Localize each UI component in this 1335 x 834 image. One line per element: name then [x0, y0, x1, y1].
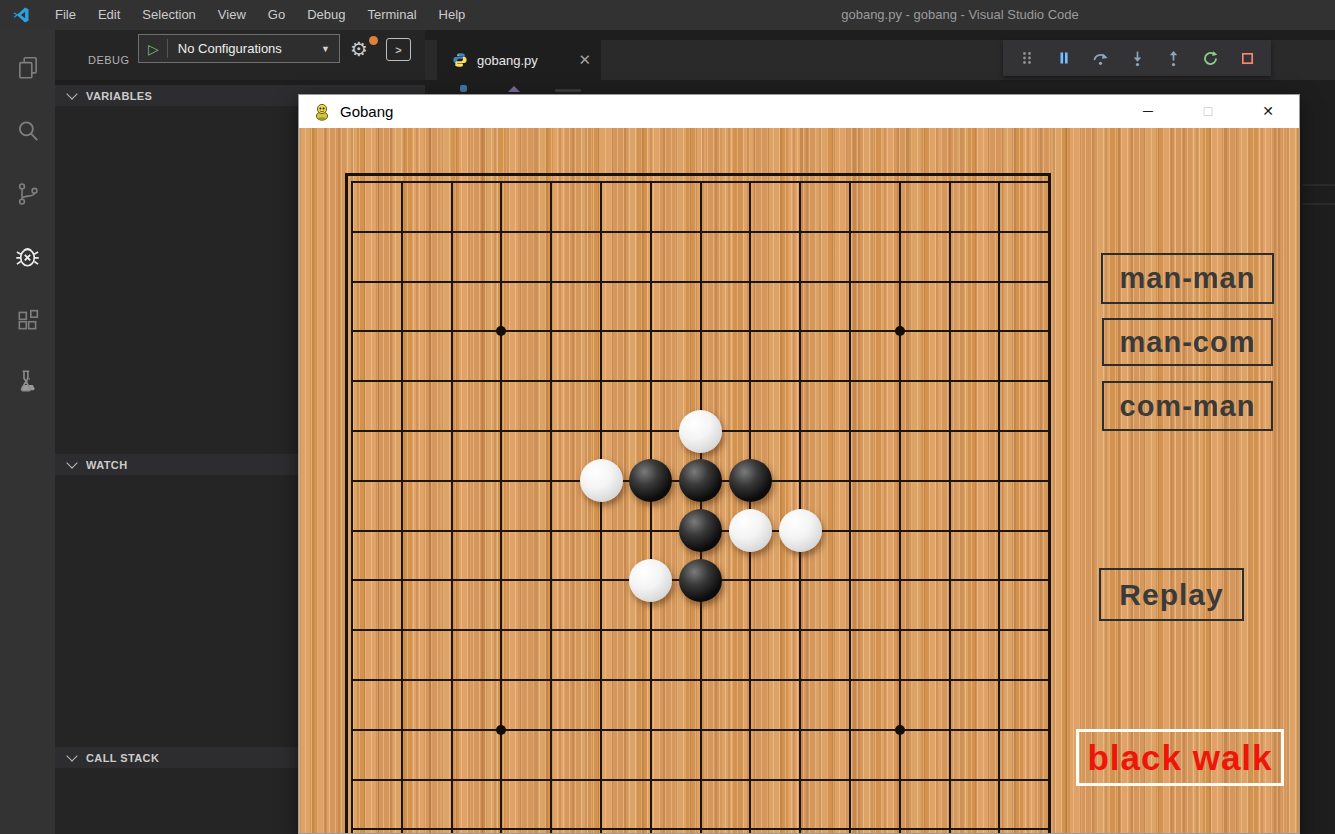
- python-file-icon: [452, 52, 468, 68]
- window-controls: ─ □ ✕: [1131, 95, 1285, 128]
- gobang-title-bar[interactable]: Gobang ─ □ ✕: [299, 95, 1299, 128]
- star-point: [895, 326, 905, 336]
- grid-line: [401, 181, 403, 834]
- grid-line: [351, 828, 1049, 830]
- notification-badge: [369, 36, 378, 45]
- vscode-title-bar: FileEditSelectionViewGoDebugTerminalHelp…: [0, 0, 1335, 30]
- menu-item[interactable]: File: [44, 0, 87, 30]
- step-over-button[interactable]: [1087, 45, 1113, 71]
- stop-button[interactable]: [1234, 45, 1260, 71]
- search-icon[interactable]: [0, 107, 55, 155]
- gobang-window-title: Gobang: [340, 103, 393, 120]
- man-man-button[interactable]: man-man: [1101, 253, 1274, 304]
- launch-config-dropdown[interactable]: ▷ No Configurations ▼: [138, 34, 340, 63]
- explorer-icon[interactable]: [0, 44, 55, 92]
- white-stone: [779, 509, 822, 552]
- grid-line: [351, 181, 353, 834]
- extensions-icon[interactable]: [0, 296, 55, 344]
- menu-item[interactable]: Help: [428, 0, 477, 30]
- menu-item[interactable]: Terminal: [356, 0, 427, 30]
- editor-code-sliver: [1303, 184, 1335, 186]
- gobang-board[interactable]: [352, 182, 1050, 834]
- grid-line: [600, 181, 602, 834]
- black-stone: [679, 559, 722, 602]
- menu-item[interactable]: Selection: [131, 0, 206, 30]
- white-stone: [679, 410, 722, 453]
- white-stone: [729, 509, 772, 552]
- white-stone: [580, 459, 623, 502]
- close-button[interactable]: ✕: [1251, 95, 1285, 128]
- grid-line: [849, 181, 851, 834]
- star-point: [895, 725, 905, 735]
- step-into-button[interactable]: [1124, 45, 1150, 71]
- app-icon: [313, 103, 331, 121]
- close-icon[interactable]: ✕: [578, 51, 591, 69]
- black-stone: [679, 509, 722, 552]
- grid-line: [650, 181, 652, 834]
- grid-line: [799, 181, 801, 834]
- start-debug-icon[interactable]: ▷: [148, 41, 159, 57]
- minimize-button[interactable]: ─: [1131, 95, 1165, 128]
- step-out-button[interactable]: [1161, 45, 1187, 71]
- launch-config-value: No Configurations: [178, 41, 321, 56]
- grid-line: [998, 181, 1000, 834]
- com-man-button[interactable]: com-man: [1102, 381, 1273, 431]
- grid-line: [351, 629, 1049, 631]
- star-point: [496, 725, 506, 735]
- grid-line: [451, 181, 453, 834]
- grid-line: [500, 181, 502, 834]
- grid-line: [749, 181, 751, 834]
- debug-icon[interactable]: [0, 232, 55, 280]
- chevron-down-icon: [66, 750, 77, 761]
- dropdown-divider: [167, 39, 168, 58]
- screen: FileEditSelectionViewGoDebugTerminalHelp…: [0, 0, 1335, 834]
- restart-button[interactable]: [1198, 45, 1224, 71]
- white-stone: [629, 559, 672, 602]
- vscode-logo-icon: [12, 6, 30, 24]
- game-canvas: man-man man-com com-man Replay black wal…: [299, 128, 1299, 834]
- grid-line: [700, 181, 702, 834]
- tab-label: gobang.py: [477, 53, 578, 68]
- breadcrumb: [425, 80, 1335, 94]
- grid-line: [899, 181, 901, 834]
- replay-button[interactable]: Replay: [1099, 568, 1244, 621]
- grid-line: [351, 779, 1049, 781]
- debug-panel-label: DEBUG: [88, 54, 130, 66]
- test-beaker-icon[interactable]: [0, 357, 55, 405]
- breadcrumb-symbol-icon: [508, 86, 520, 92]
- menu-item[interactable]: Edit: [87, 0, 131, 30]
- maximize-button[interactable]: □: [1191, 95, 1225, 128]
- black-stone: [629, 459, 672, 502]
- man-com-button[interactable]: man-com: [1102, 318, 1273, 366]
- menu-item[interactable]: View: [207, 0, 257, 30]
- open-debug-console-button[interactable]: >: [386, 38, 411, 61]
- debug-toolbar: [1003, 40, 1271, 76]
- pause-button[interactable]: [1051, 45, 1077, 71]
- grid-line: [949, 181, 951, 834]
- activity-bar: [0, 30, 55, 834]
- black-stone: [679, 459, 722, 502]
- breadcrumb-fragment: [555, 89, 581, 92]
- turn-status-label: black walk: [1076, 729, 1284, 786]
- breadcrumb-file-icon: [460, 85, 467, 92]
- menu-item[interactable]: Go: [257, 0, 296, 30]
- tab-gobang-py[interactable]: gobang.py ✕: [437, 40, 601, 80]
- toolbar-grip[interactable]: [1014, 45, 1040, 71]
- menu-bar: FileEditSelectionViewGoDebugTerminalHelp: [44, 0, 476, 30]
- grid-line: [351, 679, 1049, 681]
- gobang-window: Gobang ─ □ ✕ man-man man-com com-man Rep…: [298, 94, 1300, 834]
- grid-line: [351, 729, 1049, 731]
- source-control-icon[interactable]: [0, 170, 55, 218]
- star-point: [496, 326, 506, 336]
- gear-icon: ⚙: [350, 38, 368, 60]
- black-stone: [729, 459, 772, 502]
- grid-line: [1048, 181, 1050, 834]
- grid-line: [550, 181, 552, 834]
- menu-item[interactable]: Debug: [296, 0, 356, 30]
- chevron-down-icon: [66, 88, 77, 99]
- chevron-down-icon: ▼: [321, 44, 330, 54]
- configure-gear-button[interactable]: ⚙: [350, 37, 376, 63]
- window-title: gobang.py - gobang - Visual Studio Code: [760, 0, 1160, 30]
- editor-code-sliver: [1303, 203, 1335, 205]
- chevron-down-icon: [66, 457, 77, 468]
